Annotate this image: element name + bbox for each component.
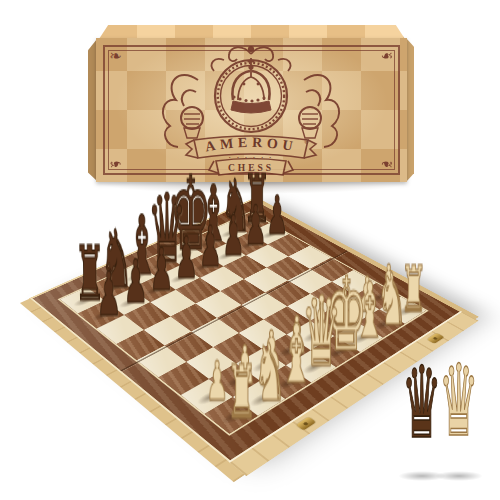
knight-helmet-right-icon	[299, 75, 339, 147]
product-photo: ❧ ❧ ❧ ❧	[0, 0, 500, 500]
box-right-face	[406, 38, 414, 182]
box-top-face	[99, 25, 405, 39]
registered-mark: ®	[304, 139, 309, 145]
spare-shadow	[435, 471, 483, 481]
corner-flourish-icon: ❧	[109, 49, 122, 64]
corner-flourish-icon: ❧	[381, 49, 394, 64]
square-a1: ♜	[205, 397, 258, 434]
squares-grid: ♜♞♝♛♚♝♞♜♟♟♟♟♟♟♟♟♟♟♟♟♟♟♟♟♜♞♝♛♚♝♞♜	[60, 213, 426, 434]
knight-helmet-left-icon	[163, 75, 203, 147]
piece-white-rook: ♜	[213, 360, 271, 423]
light-queen-icon: ♛	[439, 362, 479, 443]
brass-clasp-icon	[296, 417, 316, 431]
corner-flourish-icon: ❧	[381, 156, 394, 171]
piece-black-pawn: ♟	[83, 269, 134, 321]
corner-flourish-icon: ❧	[109, 156, 122, 171]
spare-light-queen: ♛	[429, 392, 489, 476]
